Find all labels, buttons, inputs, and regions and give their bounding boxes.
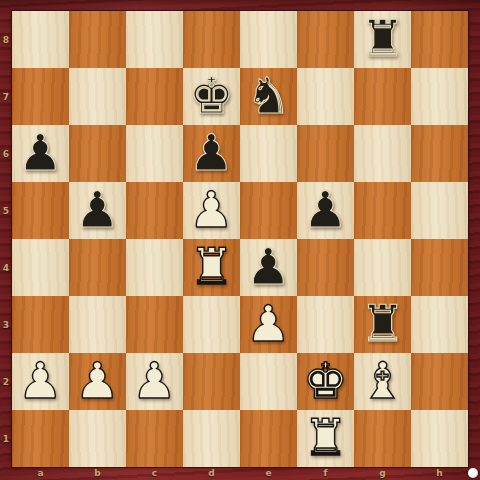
- rank-label-5: 5: [0, 182, 12, 239]
- square-d8[interactable]: [183, 11, 240, 68]
- square-h1[interactable]: [411, 410, 468, 467]
- square-f2[interactable]: ♚: [297, 353, 354, 410]
- black-pawn[interactable]: ♟: [246, 242, 291, 292]
- white-to-move-indicator: [468, 468, 478, 478]
- square-g4[interactable]: [354, 239, 411, 296]
- square-d6[interactable]: ♟: [183, 125, 240, 182]
- black-knight[interactable]: ♞: [246, 71, 291, 121]
- rank-label-7: 7: [0, 68, 12, 125]
- file-label-b: b: [69, 466, 126, 480]
- square-d5[interactable]: ♟: [183, 182, 240, 239]
- square-d1[interactable]: [183, 410, 240, 467]
- square-c8[interactable]: [126, 11, 183, 68]
- square-g5[interactable]: [354, 182, 411, 239]
- square-g3[interactable]: ♜: [354, 296, 411, 353]
- file-label-f: f: [297, 466, 354, 480]
- white-bishop[interactable]: ♝: [360, 356, 405, 406]
- black-rook[interactable]: ♜: [360, 299, 405, 349]
- square-f8[interactable]: [297, 11, 354, 68]
- square-d7[interactable]: ♚: [183, 68, 240, 125]
- square-c7[interactable]: [126, 68, 183, 125]
- white-pawn[interactable]: ♟: [75, 356, 120, 406]
- square-g1[interactable]: [354, 410, 411, 467]
- square-c6[interactable]: [126, 125, 183, 182]
- file-label-h: h: [411, 466, 468, 480]
- square-h2[interactable]: [411, 353, 468, 410]
- square-f3[interactable]: [297, 296, 354, 353]
- black-pawn[interactable]: ♟: [75, 185, 120, 235]
- square-h3[interactable]: [411, 296, 468, 353]
- file-label-a: a: [12, 466, 69, 480]
- square-b6[interactable]: [69, 125, 126, 182]
- square-b5[interactable]: ♟: [69, 182, 126, 239]
- square-d4[interactable]: ♜: [183, 239, 240, 296]
- black-rook[interactable]: ♜: [360, 14, 405, 64]
- square-e4[interactable]: ♟: [240, 239, 297, 296]
- square-f6[interactable]: [297, 125, 354, 182]
- square-a6[interactable]: ♟: [12, 125, 69, 182]
- black-king[interactable]: ♚: [189, 71, 234, 121]
- square-g2[interactable]: ♝: [354, 353, 411, 410]
- square-h5[interactable]: [411, 182, 468, 239]
- white-pawn[interactable]: ♟: [18, 356, 63, 406]
- square-a7[interactable]: [12, 68, 69, 125]
- square-h4[interactable]: [411, 239, 468, 296]
- black-pawn[interactable]: ♟: [303, 185, 348, 235]
- rank-label-6: 6: [0, 125, 12, 182]
- file-label-e: e: [240, 466, 297, 480]
- square-e2[interactable]: [240, 353, 297, 410]
- square-g8[interactable]: ♜: [354, 11, 411, 68]
- square-f4[interactable]: [297, 239, 354, 296]
- white-pawn[interactable]: ♟: [132, 356, 177, 406]
- file-label-g: g: [354, 466, 411, 480]
- rank-label-3: 3: [0, 296, 12, 353]
- square-e7[interactable]: ♞: [240, 68, 297, 125]
- rank-label-8: 8: [0, 11, 12, 68]
- square-c2[interactable]: ♟: [126, 353, 183, 410]
- square-e6[interactable]: [240, 125, 297, 182]
- file-label-c: c: [126, 466, 183, 480]
- white-rook[interactable]: ♜: [189, 242, 234, 292]
- square-c5[interactable]: [126, 182, 183, 239]
- rank-label-1: 1: [0, 410, 12, 467]
- square-b1[interactable]: [69, 410, 126, 467]
- square-g7[interactable]: [354, 68, 411, 125]
- square-e5[interactable]: [240, 182, 297, 239]
- white-king[interactable]: ♚: [303, 356, 348, 406]
- black-pawn[interactable]: ♟: [189, 128, 234, 178]
- square-g6[interactable]: [354, 125, 411, 182]
- square-h8[interactable]: [411, 11, 468, 68]
- square-a8[interactable]: [12, 11, 69, 68]
- square-c1[interactable]: [126, 410, 183, 467]
- black-pawn[interactable]: ♟: [18, 128, 63, 178]
- square-a1[interactable]: [12, 410, 69, 467]
- file-label-d: d: [183, 466, 240, 480]
- square-a5[interactable]: [12, 182, 69, 239]
- square-f7[interactable]: [297, 68, 354, 125]
- chess-board-frame: ♜♚♞♟♟♟♟♟♜♟♟♜♟♟♟♚♝♜ 87654321 abcdefgh: [0, 0, 480, 480]
- square-e1[interactable]: [240, 410, 297, 467]
- square-b2[interactable]: ♟: [69, 353, 126, 410]
- square-d2[interactable]: [183, 353, 240, 410]
- square-d3[interactable]: [183, 296, 240, 353]
- square-e3[interactable]: ♟: [240, 296, 297, 353]
- white-pawn[interactable]: ♟: [246, 299, 291, 349]
- square-f5[interactable]: ♟: [297, 182, 354, 239]
- square-h7[interactable]: [411, 68, 468, 125]
- square-b4[interactable]: [69, 239, 126, 296]
- square-a4[interactable]: [12, 239, 69, 296]
- white-rook[interactable]: ♜: [303, 413, 348, 463]
- square-c4[interactable]: [126, 239, 183, 296]
- chess-board: ♜♚♞♟♟♟♟♟♜♟♟♜♟♟♟♚♝♜: [12, 11, 468, 467]
- square-h6[interactable]: [411, 125, 468, 182]
- square-b3[interactable]: [69, 296, 126, 353]
- rank-label-2: 2: [0, 353, 12, 410]
- square-b7[interactable]: [69, 68, 126, 125]
- square-b8[interactable]: [69, 11, 126, 68]
- square-f1[interactable]: ♜: [297, 410, 354, 467]
- square-a3[interactable]: [12, 296, 69, 353]
- square-c3[interactable]: [126, 296, 183, 353]
- square-e8[interactable]: [240, 11, 297, 68]
- square-a2[interactable]: ♟: [12, 353, 69, 410]
- white-pawn[interactable]: ♟: [189, 185, 234, 235]
- rank-label-4: 4: [0, 239, 12, 296]
